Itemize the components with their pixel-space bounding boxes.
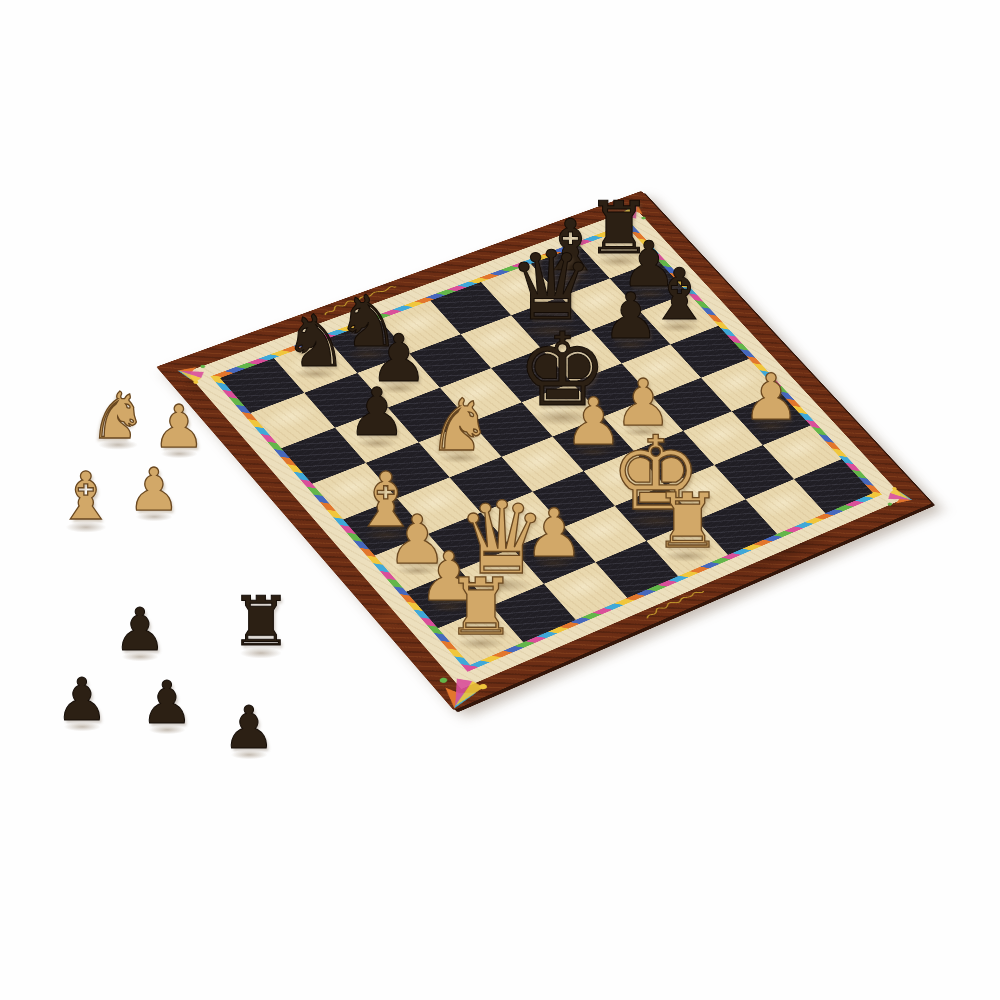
captured-black-pawn: ♟	[114, 601, 167, 660]
chess-set-photo: ♜♝♟♝♛♟♞♞♟♚♟♟♟♞♟♟♞♟♚♝♝♜♟♟♛♟♜♜♟♟♟♟	[0, 0, 1000, 1000]
piece-shadow	[98, 440, 138, 450]
captured-black-pawn: ♟	[141, 674, 194, 733]
captured-white-bishop: ♝	[56, 464, 115, 530]
captured-white-pawn: ♟	[128, 461, 181, 520]
piece-shadow	[161, 449, 198, 458]
piece-shadow	[240, 648, 282, 659]
piece-shadow	[136, 512, 173, 521]
piece-shadow	[231, 750, 268, 759]
captured-black-pawn: ♟	[56, 671, 109, 730]
piece-shadow	[64, 722, 101, 731]
captured-black-rook: ♜	[230, 588, 291, 656]
piece-shadow	[122, 652, 159, 661]
piece-shadow	[65, 522, 106, 533]
piece-shadow	[149, 725, 186, 734]
chess-board	[156, 191, 932, 710]
captured-black-pawn: ♟	[223, 699, 276, 758]
captured-white-knight: ♞	[89, 384, 147, 448]
checker-grid	[220, 228, 873, 665]
